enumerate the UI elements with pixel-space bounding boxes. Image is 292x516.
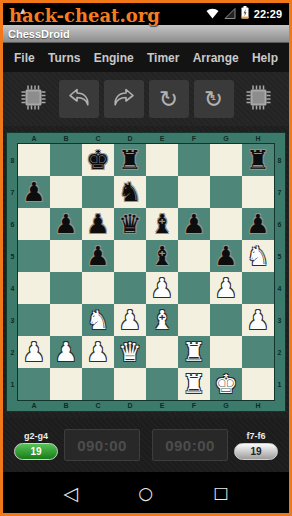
square-b5[interactable] xyxy=(50,240,82,272)
square-f1[interactable]: ♜ xyxy=(178,368,210,400)
square-e5[interactable]: ♝ xyxy=(146,240,178,272)
square-b1[interactable] xyxy=(50,368,82,400)
replay-center-mark: ▪ xyxy=(149,93,189,102)
piece-black-pawn: ♟ xyxy=(86,211,109,237)
piece-white-pawn: ♟ xyxy=(214,275,237,301)
piece-black-pawn: ♟ xyxy=(246,211,269,237)
square-e1[interactable] xyxy=(146,368,178,400)
file-label-h: H xyxy=(242,133,274,144)
board-squares: ♚♜♜♟♞♟♟♛♝♟♟♟♝♟♞♟♟♞♟♝♟♟♟♟♛♜♜♚ xyxy=(18,144,274,400)
file-label-g: G xyxy=(210,133,242,144)
clock-time: 22:29 xyxy=(254,8,282,20)
rank-label-6: 6 xyxy=(274,208,285,240)
menu-file[interactable]: File xyxy=(14,51,35,65)
piece-black-queen: ♛ xyxy=(118,211,141,237)
square-b2[interactable]: ♟ xyxy=(50,336,82,368)
signal-triangle-icon xyxy=(224,5,236,23)
file-label-c: C xyxy=(82,133,114,144)
square-e4[interactable]: ♟ xyxy=(146,272,178,304)
black-move-block: f7-f6 19 xyxy=(230,431,282,460)
menu-timer[interactable]: Timer xyxy=(147,51,179,65)
piece-white-pawn: ♟ xyxy=(54,339,77,365)
square-g4[interactable]: ♟ xyxy=(210,272,242,304)
square-f3[interactable] xyxy=(178,304,210,336)
engine-chip-left-button[interactable] xyxy=(14,80,54,118)
square-e6[interactable]: ♝ xyxy=(146,208,178,240)
rank-label-1: 1 xyxy=(7,368,18,400)
square-a4[interactable] xyxy=(18,272,50,304)
rank-label-7: 7 xyxy=(274,176,285,208)
rank-label-3: 3 xyxy=(274,304,285,336)
recents-icon[interactable]: □ xyxy=(214,485,229,501)
square-h8[interactable]: ♜ xyxy=(242,144,274,176)
square-a7[interactable]: ♟ xyxy=(18,176,50,208)
square-e2[interactable] xyxy=(146,336,178,368)
piece-black-pawn: ♟ xyxy=(182,211,205,237)
square-c2[interactable]: ♟ xyxy=(82,336,114,368)
piece-black-pawn: ♟ xyxy=(86,243,109,269)
file-label-b: B xyxy=(50,400,82,411)
square-d5[interactable] xyxy=(114,240,146,272)
piece-white-knight: ♞ xyxy=(246,243,269,269)
file-label-f: F xyxy=(178,400,210,411)
square-h1[interactable] xyxy=(242,368,274,400)
rank-labels-left: 87654321 xyxy=(7,144,18,400)
black-last-move: f7-f6 xyxy=(246,431,265,441)
clocks: 090:00 090:00 xyxy=(64,429,228,461)
file-label-g: G xyxy=(210,400,242,411)
back-icon[interactable]: ◁ xyxy=(63,484,78,503)
square-c7[interactable] xyxy=(82,176,114,208)
board-area: ABCDEFGH 87654321 ♚♜♜♟♞♟♟♛♝♟♟♟♝♟♞♟♟♞♟♝♟♟… xyxy=(3,126,289,418)
file-label-a: A xyxy=(18,400,50,411)
square-h3[interactable]: ♟ xyxy=(242,304,274,336)
menu-bar: File Turns Engine Timer Arrange Help xyxy=(3,43,289,72)
menu-arrange[interactable]: Arrange xyxy=(193,51,239,65)
square-h6[interactable]: ♟ xyxy=(242,208,274,240)
replay-once-button[interactable]: ↻ 1 xyxy=(194,80,234,118)
square-d3[interactable]: ♟ xyxy=(114,304,146,336)
file-labels-top: ABCDEFGH xyxy=(18,133,274,144)
piece-black-king: ♚ xyxy=(86,147,109,173)
square-f2[interactable]: ♜ xyxy=(178,336,210,368)
board-frame: ABCDEFGH 87654321 ♚♜♜♟♞♟♟♛♝♟♟♟♝♟♞♟♟♞♟♝♟♟… xyxy=(6,132,286,412)
square-d8[interactable]: ♜ xyxy=(114,144,146,176)
square-e8[interactable] xyxy=(146,144,178,176)
piece-white-knight: ♞ xyxy=(86,307,109,333)
square-d6[interactable]: ♛ xyxy=(114,208,146,240)
square-c6[interactable]: ♟ xyxy=(82,208,114,240)
square-d1[interactable] xyxy=(114,368,146,400)
file-label-a: A xyxy=(18,133,50,144)
piece-black-rook: ♜ xyxy=(246,147,269,173)
wifi-icon xyxy=(206,5,219,23)
piece-black-pawn: ♟ xyxy=(54,211,77,237)
square-b7[interactable] xyxy=(50,176,82,208)
replay-button[interactable]: ↻ ▪ xyxy=(149,80,189,118)
piece-white-pawn: ♟ xyxy=(118,307,141,333)
piece-white-rook: ♜ xyxy=(182,339,205,365)
rank-label-1: 1 xyxy=(274,368,285,400)
rank-label-8: 8 xyxy=(274,144,285,176)
square-d2[interactable]: ♛ xyxy=(114,336,146,368)
redo-button[interactable] xyxy=(104,80,144,118)
square-g8[interactable] xyxy=(210,144,242,176)
cpu-chip-icon xyxy=(20,84,47,115)
rank-label-4: 4 xyxy=(274,272,285,304)
rank-label-6: 6 xyxy=(7,208,18,240)
rank-label-2: 2 xyxy=(274,336,285,368)
square-a2[interactable]: ♟ xyxy=(18,336,50,368)
file-label-h: H xyxy=(242,400,274,411)
watermark-text: hack-cheat.org xyxy=(9,5,160,26)
rank-label-4: 4 xyxy=(7,272,18,304)
square-a1[interactable] xyxy=(18,368,50,400)
bottom-bar: g2-g4 19 090:00 090:00 f7-f6 19 xyxy=(3,418,289,472)
menu-help[interactable]: Help xyxy=(252,51,278,65)
square-f5[interactable] xyxy=(178,240,210,272)
white-clock: 090:00 xyxy=(64,429,140,461)
rank-label-5: 5 xyxy=(274,240,285,272)
file-label-f: F xyxy=(178,133,210,144)
piece-black-knight: ♞ xyxy=(118,179,141,205)
square-d7[interactable]: ♞ xyxy=(114,176,146,208)
square-f8[interactable] xyxy=(178,144,210,176)
battery-charging-icon xyxy=(241,5,249,23)
rank-labels-right: 87654321 xyxy=(274,144,285,400)
square-c4[interactable] xyxy=(82,272,114,304)
square-a5[interactable] xyxy=(18,240,50,272)
app-title: ChessDroid xyxy=(8,28,70,40)
square-e3[interactable]: ♝ xyxy=(146,304,178,336)
square-h4[interactable] xyxy=(242,272,274,304)
square-g6[interactable] xyxy=(210,208,242,240)
white-last-move: g2-g4 xyxy=(24,431,48,441)
square-f7[interactable] xyxy=(178,176,210,208)
square-d4[interactable] xyxy=(114,272,146,304)
replay-once-number: 1 xyxy=(194,93,234,102)
file-label-e: E xyxy=(146,400,178,411)
square-g2[interactable] xyxy=(210,336,242,368)
square-a3[interactable] xyxy=(18,304,50,336)
piece-white-pawn: ♟ xyxy=(22,339,45,365)
engine-chip-right-button[interactable] xyxy=(239,80,279,118)
toolbar: ↻ ▪ ↻ 1 xyxy=(3,72,289,126)
rank-label-3: 3 xyxy=(7,304,18,336)
undo-button[interactable] xyxy=(59,80,99,118)
title-bar: ChessDroid xyxy=(3,25,289,43)
home-icon[interactable]: ○ xyxy=(138,485,153,502)
piece-white-pawn: ♟ xyxy=(246,307,269,333)
file-label-e: E xyxy=(146,133,178,144)
square-a8[interactable] xyxy=(18,144,50,176)
square-g5[interactable]: ♟ xyxy=(210,240,242,272)
square-h2[interactable] xyxy=(242,336,274,368)
square-g1[interactable]: ♚ xyxy=(210,368,242,400)
file-label-b: B xyxy=(50,133,82,144)
piece-white-pawn: ♟ xyxy=(150,275,173,301)
file-label-c: C xyxy=(82,400,114,411)
square-c8[interactable]: ♚ xyxy=(82,144,114,176)
file-labels-bottom: ABCDEFGH xyxy=(18,400,274,411)
rank-label-2: 2 xyxy=(7,336,18,368)
black-turn-badge: 19 xyxy=(234,443,278,460)
piece-black-rook: ♜ xyxy=(118,147,141,173)
file-label-d: D xyxy=(114,400,146,411)
rank-label-8: 8 xyxy=(7,144,18,176)
square-b3[interactable] xyxy=(50,304,82,336)
piece-black-pawn: ♟ xyxy=(22,179,45,205)
black-clock: 090:00 xyxy=(152,429,228,461)
square-h7[interactable] xyxy=(242,176,274,208)
menu-turns[interactable]: Turns xyxy=(48,51,80,65)
android-nav-bar: ◁ ○ □ xyxy=(3,472,289,514)
square-b6[interactable]: ♟ xyxy=(50,208,82,240)
undo-arrow-icon xyxy=(66,85,92,113)
redo-arrow-icon xyxy=(111,85,137,113)
rank-label-7: 7 xyxy=(7,176,18,208)
square-h5[interactable]: ♞ xyxy=(242,240,274,272)
white-move-block: g2-g4 19 xyxy=(10,431,62,460)
square-g7[interactable] xyxy=(210,176,242,208)
square-g3[interactable] xyxy=(210,304,242,336)
piece-white-bishop: ♝ xyxy=(150,307,173,333)
square-b8[interactable] xyxy=(50,144,82,176)
square-a6[interactable] xyxy=(18,208,50,240)
piece-black-pawn: ♟ xyxy=(214,243,237,269)
piece-white-king: ♚ xyxy=(214,371,237,397)
piece-black-bishop: ♝ xyxy=(150,211,173,237)
rank-label-5: 5 xyxy=(7,240,18,272)
square-e7[interactable] xyxy=(146,176,178,208)
square-c3[interactable]: ♞ xyxy=(82,304,114,336)
piece-white-pawn: ♟ xyxy=(86,339,109,365)
piece-black-bishop: ♝ xyxy=(150,243,173,269)
cpu-chip-icon xyxy=(245,84,272,115)
square-f6[interactable]: ♟ xyxy=(178,208,210,240)
white-turn-badge: 19 xyxy=(14,443,58,460)
piece-white-rook: ♜ xyxy=(182,371,205,397)
phone-screen: 22:29 ▲ hack-cheat.org ChessDroid File T… xyxy=(0,0,292,516)
square-b4[interactable] xyxy=(50,272,82,304)
file-label-d: D xyxy=(114,133,146,144)
piece-white-queen: ♛ xyxy=(118,339,141,365)
square-f4[interactable] xyxy=(178,272,210,304)
square-c1[interactable] xyxy=(82,368,114,400)
menu-engine[interactable]: Engine xyxy=(94,51,134,65)
square-c5[interactable]: ♟ xyxy=(82,240,114,272)
